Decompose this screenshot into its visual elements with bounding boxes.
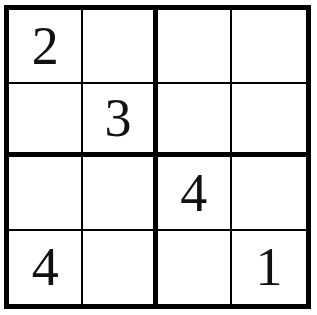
- cell-r3c2[interactable]: [83, 157, 157, 231]
- cell-r1c1[interactable]: 2: [9, 10, 83, 84]
- cell-r4c1[interactable]: 4: [9, 231, 83, 305]
- cell-r1c4[interactable]: [232, 10, 306, 84]
- cell-r1c2[interactable]: [83, 10, 157, 84]
- cell-r4c4[interactable]: 1: [232, 231, 306, 305]
- cell-r2c3[interactable]: [158, 84, 232, 158]
- cell-r3c4[interactable]: [232, 157, 306, 231]
- cell-r1c3[interactable]: [158, 10, 232, 84]
- cell-r4c2[interactable]: [83, 231, 157, 305]
- cell-r3c1[interactable]: [9, 157, 83, 231]
- sudoku-board: 2 3 4 4 1: [4, 5, 311, 309]
- cell-r2c1[interactable]: [9, 84, 83, 158]
- cell-r2c2[interactable]: 3: [83, 84, 157, 158]
- cell-r4c3[interactable]: [158, 231, 232, 305]
- cell-r2c4[interactable]: [232, 84, 306, 158]
- cell-r3c3[interactable]: 4: [158, 157, 232, 231]
